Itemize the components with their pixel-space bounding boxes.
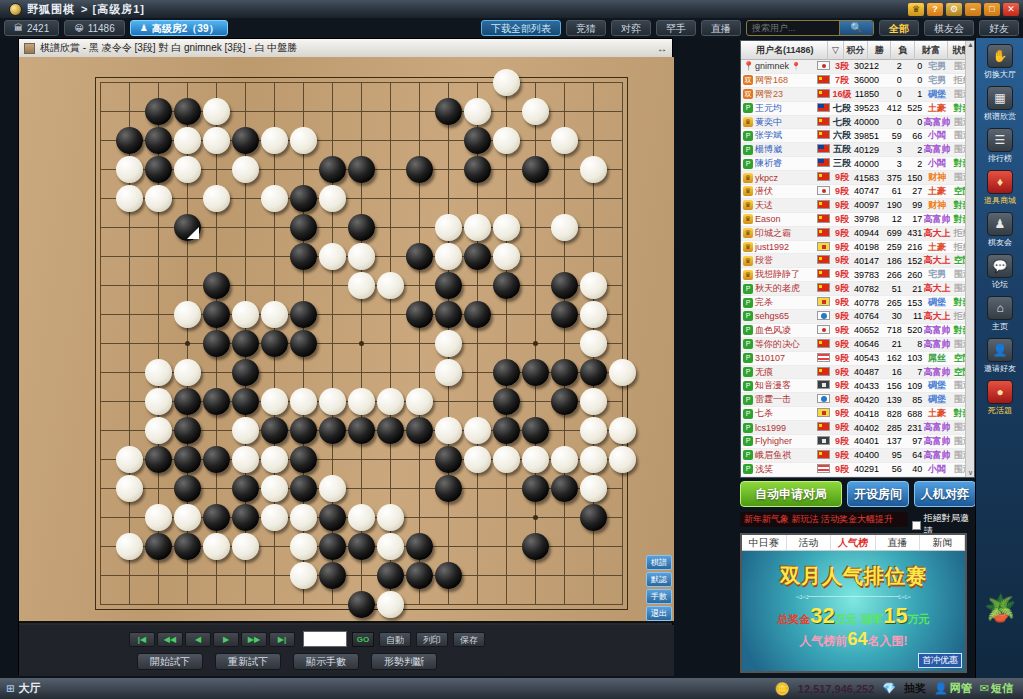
black-stone-5-8 — [203, 272, 230, 299]
invite-icon: 👤 — [987, 338, 1013, 362]
first-recharge-chip[interactable]: 首冲优惠 — [918, 653, 962, 668]
username: 王元均 — [755, 102, 782, 115]
black-stone-9-17 — [319, 533, 346, 560]
white-stone-10-7 — [348, 243, 375, 270]
user-row[interactable]: ♛黄奕中七段4000000高富帅围观 — [741, 116, 974, 130]
ranking-icon: ☰ — [987, 128, 1013, 152]
username: sehgs65 — [755, 311, 789, 321]
white-stone-15-14 — [493, 446, 520, 473]
black-stone-13-2 — [435, 98, 462, 125]
P-icon: P — [743, 367, 753, 377]
event-banner[interactable]: 双月人气排位赛 ◅◅────────────────▻▻ 总奖金32万元 冠军1… — [742, 551, 965, 671]
feature-sidebar: ✋切换大厅▦棋谱欣赏☰排行榜♦道具商城♟棋友会💬论坛⌂主页👤邀请好友●死活題 🪴 — [975, 38, 1023, 678]
banner-qualify-line: 人气榜前64名入围! — [742, 629, 965, 650]
user-row[interactable]: Plcs19999段40402285231高富帅围观 — [741, 421, 974, 435]
help-icon[interactable]: ? — [927, 3, 943, 16]
black-stone-13-18 — [435, 562, 462, 589]
white-stone-7-3 — [261, 127, 288, 154]
black-stone-5-9 — [203, 301, 230, 328]
white-stone-18-4 — [580, 156, 607, 183]
black-stone-3-17 — [145, 533, 172, 560]
sidebar-item-道具商城[interactable]: ♦道具商城 — [976, 170, 1023, 206]
username: 知音漫客 — [755, 379, 791, 392]
crown-icon: ♛ — [743, 270, 753, 280]
user-row[interactable]: P秋天的老虎9段407825121高大上围观 — [741, 282, 974, 296]
country-flag-icon — [817, 228, 830, 237]
board-mini-button-3[interactable]: 退出 — [646, 606, 672, 621]
country-flag-icon — [817, 117, 830, 126]
black-stone-5-16 — [203, 504, 230, 531]
go-board[interactable]: 棋譜默認手數退出 — [19, 57, 674, 623]
white-stone-14-13 — [464, 417, 491, 444]
close-button[interactable]: ✕ — [1003, 3, 1019, 16]
sidebar-item-切换大厅[interactable]: ✋切换大厅 — [976, 44, 1023, 80]
white-stone-8-17 — [290, 533, 317, 560]
black-stone-6-3 — [232, 127, 259, 154]
room-count-tab[interactable]: 😀11486 — [64, 20, 124, 36]
black-stone-17-8 — [551, 272, 578, 299]
room-icon: ♟ — [140, 21, 148, 36]
country-flag-icon — [817, 186, 830, 195]
top-button-1[interactable]: 竞猜 — [566, 20, 606, 36]
black-stone-17-11 — [551, 359, 578, 386]
username: just1992 — [755, 242, 789, 252]
black-stone-3-2 — [145, 98, 172, 125]
kifu-window-titlebar[interactable]: 棋譜欣賞 - 黑 凌令令 [3段] 對 白 gnimnek [3段] - 白 中… — [19, 39, 672, 57]
breadcrumb: > [高级房1] — [81, 2, 145, 17]
banner-tab-直播[interactable]: 直播 — [876, 535, 921, 550]
P-icon: P — [743, 423, 753, 433]
sidebar-label: 切换大厅 — [976, 69, 1023, 80]
white-stone-13-7 — [435, 243, 462, 270]
user-row[interactable]: P峨眉鱼祺9段404009564高富帅围观 — [741, 449, 974, 463]
sms-button[interactable]: ✉短信 — [980, 681, 1013, 696]
filter-button-2[interactable]: 好友 — [979, 20, 1019, 36]
sidebar-item-排行榜[interactable]: ☰排行榜 — [976, 128, 1023, 164]
white-stone-4-4 — [174, 156, 201, 183]
scroll-down-icon[interactable]: ∨ — [966, 469, 975, 477]
vip-icon[interactable]: ♛ — [908, 3, 924, 16]
user-row[interactable]: P七杀9段40418828688土豪對弈 — [741, 407, 974, 421]
banner-tab-新闻[interactable]: 新闻 — [920, 535, 965, 550]
black-stone-14-9 — [464, 301, 491, 328]
white-stone-10-16 — [348, 504, 375, 531]
white-stone-10-12 — [348, 388, 375, 415]
P-icon: P — [743, 464, 753, 474]
black-stone-15-13 — [493, 417, 520, 444]
white-stone-13-13 — [435, 417, 462, 444]
black-stone-12-9 — [406, 301, 433, 328]
black-stone-12-7 — [406, 243, 433, 270]
white-stone-11-19 — [377, 591, 404, 618]
try-button-3[interactable]: 形勢判斷 — [371, 653, 437, 670]
playback-button-1[interactable]: ◀◀ — [157, 632, 183, 647]
user-row[interactable]: P血色风凌9段40652718520高富帅對弈 — [741, 324, 974, 338]
username: 等你的决心 — [755, 338, 800, 351]
country-flag-icon — [817, 75, 830, 84]
username: 段誉 — [755, 254, 773, 267]
username: 310107 — [755, 353, 785, 363]
home-icon: ⌂ — [987, 296, 1013, 320]
user-row[interactable]: PFlyhigher9段4040113797高富帅围观 — [741, 435, 974, 449]
search-icon[interactable]: 🔍 — [839, 20, 873, 36]
pin-icon: 📍 — [743, 61, 753, 71]
banner-box: 中日赛活动人气榜直播新闻 双月人气排位赛 ◅◅────────────────▻… — [740, 533, 967, 673]
playback-button-4[interactable]: ▶▶ — [241, 632, 267, 647]
black-stone-9-16 — [319, 504, 346, 531]
P-icon: P — [743, 159, 753, 169]
black-stone-15-12 — [493, 388, 520, 415]
list-scrollbar[interactable]: ▲∨ — [965, 41, 974, 477]
username: ykpcz — [755, 173, 778, 183]
country-flag-icon — [817, 394, 830, 403]
black-stone-16-11 — [522, 359, 549, 386]
crown-icon: ♛ — [743, 228, 753, 238]
username: 血色风凌 — [755, 324, 791, 337]
P-icon: P — [743, 103, 753, 113]
playback-button-3[interactable]: ▶ — [213, 632, 239, 647]
user-row[interactable]: P无痕9段40487167高富帅空閒 — [741, 366, 974, 380]
black-stone-14-3 — [464, 127, 491, 154]
country-flag-icon — [817, 339, 830, 348]
go-button[interactable]: GO — [352, 632, 374, 647]
search-input[interactable] — [747, 21, 839, 35]
country-flag-icon — [817, 311, 830, 320]
top-button-0[interactable]: 下载全部列表 — [481, 20, 561, 36]
username: 浅笑 — [755, 463, 773, 476]
country-flag-icon — [817, 200, 830, 209]
bank-icon: 🏛 — [14, 21, 23, 36]
search-box: 🔍 — [746, 20, 874, 36]
P-icon: P — [743, 298, 753, 308]
black-stone-5-10 — [203, 330, 230, 357]
lottery-button[interactable]: 抽奖 — [904, 681, 926, 696]
country-flag-icon — [817, 380, 830, 389]
hoshi-point — [359, 341, 364, 346]
filter-funnel-icon: ▽ — [828, 41, 845, 60]
black-stone-10-19 — [348, 591, 375, 618]
white-stone-12-12 — [406, 388, 433, 415]
playback-button-5[interactable]: ▶| — [269, 632, 295, 647]
black-stone-11-18 — [377, 562, 404, 589]
black-stone-16-17 — [522, 533, 549, 560]
white-stone-18-13 — [580, 417, 607, 444]
white-stone-7-5 — [261, 185, 288, 212]
black-stone-4-2 — [174, 98, 201, 125]
user-row[interactable]: ♛ykpcz9段41583375150财神围观 — [741, 171, 974, 185]
black-stone-8-7 — [290, 243, 317, 270]
white-stone-16-14 — [522, 446, 549, 473]
P-icon: P — [743, 339, 753, 349]
white-stone-3-16 — [145, 504, 172, 531]
sidebar-label: 排行榜 — [976, 153, 1023, 164]
white-stone-19-11 — [609, 359, 636, 386]
black-stone-8-13 — [290, 417, 317, 444]
banner-prize-line: 总奖金32万元 冠军15万元 — [742, 603, 965, 629]
white-stone-9-7 — [319, 243, 346, 270]
try-button-1[interactable]: 重新試下 — [215, 653, 281, 670]
white-stone-6-13 — [232, 417, 259, 444]
black-stone-6-11 — [232, 359, 259, 386]
maximize-button[interactable]: □ — [984, 3, 1000, 16]
banner-tab-活动[interactable]: 活动 — [787, 535, 832, 550]
white-stone-11-16 — [377, 504, 404, 531]
sidebar-item-主页[interactable]: ⌂主页 — [976, 296, 1023, 332]
black-stone-10-6 — [348, 214, 375, 241]
tool-button-1[interactable]: 列印 — [416, 632, 448, 647]
admin-icon: 双 — [743, 75, 753, 85]
black-stone-14-4 — [464, 156, 491, 183]
black-stone-18-11 — [580, 359, 607, 386]
move-number-input[interactable] — [303, 631, 347, 647]
user-row[interactable]: ♛段誉9段40147186152高大上空閒 — [741, 254, 974, 268]
black-stone-5-14 — [203, 446, 230, 473]
kifu-window-title: 棋譜欣賞 - 黑 凌令令 [3段] 對 白 gnimnek [3段] - 白 中… — [40, 41, 297, 55]
user-row[interactable]: ♛印城之霸9段40944699431高大上拒绝 — [741, 227, 974, 241]
country-flag-icon — [817, 172, 830, 181]
white-stone-8-3 — [290, 127, 317, 154]
black-stone-9-4 — [319, 156, 346, 183]
user-row[interactable]: P陳祈睿三段4000032小闆對弈 — [741, 157, 974, 171]
user-list-header[interactable]: 用户名(11486) ▽ 积分 勝 負 財富 狀態 — [741, 41, 974, 60]
board-mini-button-0[interactable]: 棋譜 — [646, 555, 672, 570]
kifu-window: 棋譜欣賞 - 黑 凌令令 [3段] 對 白 gnimnek [3段] - 白 中… — [18, 38, 673, 675]
user-row[interactable]: P雷霆一击9段4042013985碉堡围观 — [741, 393, 974, 407]
white-stone-15-7 — [493, 243, 520, 270]
black-stone-16-13 — [522, 417, 549, 444]
country-flag-icon — [817, 353, 830, 362]
try-button-2[interactable]: 顯示手數 — [293, 653, 359, 670]
banner-tab-中日赛[interactable]: 中日赛 — [742, 535, 787, 550]
sidebar-label: 论坛 — [976, 279, 1023, 290]
P-icon: P — [743, 450, 753, 460]
black-stone-12-13 — [406, 417, 433, 444]
app-logo-icon — [9, 3, 22, 16]
user-row[interactable]: 双网管1687段3600000宅男拒绝 — [741, 74, 974, 88]
sidebar-item-论坛[interactable]: 💬论坛 — [976, 254, 1023, 290]
white-stone-6-4 — [232, 156, 259, 183]
sidebar-item-棋友会[interactable]: ♟棋友会 — [976, 212, 1023, 248]
tool-button-0[interactable]: 自動 — [379, 632, 411, 647]
P-icon: P — [743, 353, 753, 363]
white-stone-3-5 — [145, 185, 172, 212]
white-stone-7-16 — [261, 504, 288, 531]
minimize-button[interactable]: − — [965, 3, 981, 16]
try-button-0[interactable]: 開始試下 — [137, 653, 203, 670]
black-stone-11-13 — [377, 417, 404, 444]
black-stone-12-4 — [406, 156, 433, 183]
username: gnimnek — [755, 61, 789, 71]
black-stone-15-8 — [493, 272, 520, 299]
black-stone-14-7 — [464, 243, 491, 270]
user-row[interactable]: ♛天迖9段4009719099财神對弈 — [741, 199, 974, 213]
black-stone-7-10 — [261, 330, 288, 357]
black-stone-13-8 — [435, 272, 462, 299]
black-stone-12-17 — [406, 533, 433, 560]
P-icon: P — [743, 325, 753, 335]
white-stone-3-12 — [145, 388, 172, 415]
crown-icon: ♛ — [743, 242, 753, 252]
sidebar-item-死活題[interactable]: ●死活題 — [976, 380, 1023, 416]
black-stone-8-6 — [290, 214, 317, 241]
user-row[interactable]: P楊博崴五段4012932高富帅围观 — [741, 143, 974, 157]
black-stone-2-3 — [116, 127, 143, 154]
board-mini-button-1[interactable]: 默認 — [646, 572, 672, 587]
username: Flyhigher — [755, 436, 792, 446]
user-row[interactable]: P完杀9段40778265153碉堡對弈 — [741, 296, 974, 310]
black-stone-13-15 — [435, 475, 462, 502]
black-stone-5-12 — [203, 388, 230, 415]
banner-divider: ◅◅────────────────▻▻ — [742, 592, 965, 601]
white-stone-7-15 — [261, 475, 288, 502]
black-stone-6-12 — [232, 388, 259, 415]
lobby-tab[interactable]: 🏛2421 — [4, 20, 59, 36]
user-row[interactable]: ♛潜伏9段407476127土豪空閒 — [741, 185, 974, 199]
grid-icon: ⊞ — [6, 683, 14, 694]
app-title: 野狐围棋 — [27, 2, 75, 17]
country-flag-icon — [817, 214, 830, 223]
user-list: 用户名(11486) ▽ 积分 勝 負 財富 狀態 📍gnimnek📍3段302… — [740, 40, 975, 478]
coin-balance: 12,517,946,252 — [798, 683, 874, 695]
username: 网管168 — [755, 74, 788, 87]
filter-button-0[interactable]: 全部 — [879, 20, 919, 36]
country-flag-icon — [817, 422, 830, 431]
admin-contact-button[interactable]: 👤网管 — [934, 681, 972, 696]
country-flag-icon — [817, 408, 830, 417]
action-button-0[interactable]: 自动申请对局 — [740, 481, 842, 507]
board-mini-button-2[interactable]: 手數 — [646, 589, 672, 604]
P-icon: P — [743, 311, 753, 321]
user-row[interactable]: P张学斌六段398515966小闆围观 — [741, 129, 974, 143]
user-row[interactable]: P浅笑9段402915640小闆围观 — [741, 463, 974, 477]
filter-button-1[interactable]: 棋友会 — [924, 20, 974, 36]
username: 秋天的老虎 — [755, 282, 800, 295]
white-stone-15-1 — [493, 69, 520, 96]
switch-lobby-icon: ✋ — [987, 44, 1013, 68]
black-stone-4-17 — [174, 533, 201, 560]
user-row[interactable]: P3101079段40543162103屌丝空閒 — [741, 352, 974, 366]
P-icon: P — [743, 409, 753, 419]
kifu-icon: ▦ — [987, 86, 1013, 110]
white-stone-4-16 — [174, 504, 201, 531]
sidebar-label: 道具商城 — [976, 195, 1023, 206]
plant-decoration: 🪴 — [984, 593, 1016, 624]
white-stone-7-9 — [261, 301, 288, 328]
tool-button-2[interactable]: 保存 — [453, 632, 485, 647]
white-stone-2-5 — [116, 185, 143, 212]
white-stone-9-15 — [319, 475, 346, 502]
user-row[interactable]: ♛我想静静了9段39783266260宅男围观 — [741, 268, 974, 282]
white-stone-13-10 — [435, 330, 462, 357]
top-button-3[interactable]: 罕手 — [656, 20, 696, 36]
username: 雷霆一击 — [755, 393, 791, 406]
club-icon: ♟ — [987, 212, 1013, 236]
white-stone-17-3 — [551, 127, 578, 154]
user-row[interactable]: 📍gnimnek📍3段3021220宅男围观 — [741, 60, 974, 74]
username: 网管23 — [755, 88, 783, 101]
white-stone-6-14 — [232, 446, 259, 473]
board-icon — [24, 43, 35, 54]
action-button-2[interactable]: 人机对弈 — [914, 481, 976, 507]
white-stone-15-3 — [493, 127, 520, 154]
hoshi-point — [533, 515, 538, 520]
white-stone-7-12 — [261, 388, 288, 415]
user-row[interactable]: ♛just19929段40198259216土豪拒绝 — [741, 241, 974, 255]
user-row[interactable]: Psehgs659段407643011高大上拒绝 — [741, 310, 974, 324]
action-button-1[interactable]: 开设房间 — [847, 481, 909, 507]
country-flag-icon — [817, 255, 830, 264]
P-icon: P — [743, 131, 753, 141]
white-stone-8-16 — [290, 504, 317, 531]
white-stone-18-12 — [580, 388, 607, 415]
black-stone-8-9 — [290, 301, 317, 328]
user-row[interactable]: ♛Eason9段397981217高富帅對弈 — [741, 213, 974, 227]
hall-button[interactable]: ⊞大厅 — [0, 681, 40, 696]
white-stone-13-11 — [435, 359, 462, 386]
black-stone-13-9 — [435, 301, 462, 328]
sidebar-label: 主页 — [976, 321, 1023, 332]
black-stone-4-14 — [174, 446, 201, 473]
gear-icon[interactable]: ⚙ — [946, 3, 962, 16]
P-icon: P — [743, 436, 753, 446]
active-room-tab[interactable]: ♟高级房2（39） — [130, 20, 229, 36]
hoshi-point — [185, 341, 190, 346]
resize-arrows-icon[interactable]: ↔ — [657, 43, 667, 54]
country-flag-icon — [817, 61, 830, 70]
username: 黄奕中 — [755, 116, 782, 129]
banner-tab-人气榜[interactable]: 人气榜 — [831, 535, 876, 550]
checkbox-icon[interactable] — [912, 521, 921, 530]
white-stone-5-2 — [203, 98, 230, 125]
top-button-2[interactable]: 对弈 — [611, 20, 651, 36]
user-row[interactable]: P知音漫客9段40433156109碉堡围观 — [741, 379, 974, 393]
sidebar-label: 邀请好友 — [976, 363, 1023, 374]
black-stone-4-13 — [174, 417, 201, 444]
user-row[interactable]: 双网管2316级1185001碉堡围观 — [741, 88, 974, 102]
white-stone-3-11 — [145, 359, 172, 386]
black-stone-17-9 — [551, 301, 578, 328]
black-stone-4-15 — [174, 475, 201, 502]
coins-icon: 🪙 — [775, 682, 790, 696]
scroll-up-icon[interactable]: ▲ — [966, 41, 975, 48]
sidebar-label: 死活題 — [976, 405, 1023, 416]
right-panel: 用户名(11486) ▽ 积分 勝 負 財富 狀態 📍gnimnek📍3段302… — [740, 38, 975, 678]
sidebar-item-邀请好友[interactable]: 👤邀请好友 — [976, 338, 1023, 374]
black-stone-18-16 — [580, 504, 607, 531]
user-row[interactable]: P王元均七段39523412525土豪對弈 — [741, 102, 974, 116]
playback-button-2[interactable]: ◀ — [185, 632, 211, 647]
user-row[interactable]: P等你的决心9段40646218高富帅围观 — [741, 338, 974, 352]
black-stone-8-14 — [290, 446, 317, 473]
username: 无痕 — [755, 366, 773, 379]
country-flag-icon — [817, 436, 830, 445]
black-stone-3-14 — [145, 446, 172, 473]
playback-button-0[interactable]: |◀ — [129, 632, 155, 647]
username: 我想静静了 — [755, 268, 800, 281]
white-stone-18-14 — [580, 446, 607, 473]
sidebar-item-棋谱欣赏[interactable]: ▦棋谱欣赏 — [976, 86, 1023, 122]
diamond-icon: 💎 — [882, 682, 896, 695]
black-stone-10-17 — [348, 533, 375, 560]
username: lcs1999 — [755, 423, 786, 433]
black-stone-8-5 — [290, 185, 317, 212]
top-button-4[interactable]: 直播 — [701, 20, 741, 36]
P-icon: P — [743, 395, 753, 405]
white-stone-4-9 — [174, 301, 201, 328]
white-stone-11-17 — [377, 533, 404, 560]
country-flag-icon — [817, 325, 830, 334]
crown-icon: ♛ — [743, 256, 753, 266]
